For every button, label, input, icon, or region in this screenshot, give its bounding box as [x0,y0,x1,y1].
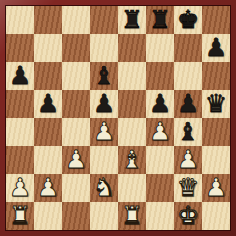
square-f5[interactable]: ♟ [146,90,174,118]
square-c3[interactable]: ♟ [62,146,90,174]
piece-white-pawn[interactable]: ♟ [174,146,202,174]
piece-white-king[interactable]: ♚ [174,202,202,230]
square-e3[interactable]: ♝ [118,146,146,174]
square-c2[interactable] [62,174,90,202]
square-f4[interactable]: ♟ [146,118,174,146]
square-h3[interactable] [202,146,230,174]
square-h5[interactable]: ♛ [202,90,230,118]
square-g8[interactable]: ♚ [174,6,202,34]
square-h7[interactable]: ♟ [202,34,230,62]
square-a6[interactable]: ♟ [6,62,34,90]
piece-black-queen[interactable]: ♛ [202,90,230,118]
piece-white-pawn[interactable]: ♟ [146,118,174,146]
square-d1[interactable] [90,202,118,230]
square-c5[interactable] [62,90,90,118]
piece-white-pawn[interactable]: ♟ [90,118,118,146]
piece-white-knight[interactable]: ♞ [90,174,118,202]
square-g2[interactable]: ♛ [174,174,202,202]
piece-black-pawn[interactable]: ♟ [202,34,230,62]
square-d6[interactable]: ♝ [90,62,118,90]
square-e2[interactable] [118,174,146,202]
square-c7[interactable] [62,34,90,62]
square-b6[interactable] [34,62,62,90]
square-b1[interactable] [34,202,62,230]
piece-black-pawn[interactable]: ♟ [90,90,118,118]
square-a8[interactable] [6,6,34,34]
square-g6[interactable] [174,62,202,90]
square-h1[interactable] [202,202,230,230]
square-b4[interactable] [34,118,62,146]
piece-black-pawn[interactable]: ♟ [6,62,34,90]
square-b3[interactable] [34,146,62,174]
square-d4[interactable]: ♟ [90,118,118,146]
square-d5[interactable]: ♟ [90,90,118,118]
square-f8[interactable]: ♜ [146,6,174,34]
piece-white-pawn[interactable]: ♟ [34,174,62,202]
square-c8[interactable] [62,6,90,34]
square-b2[interactable]: ♟ [34,174,62,202]
square-f7[interactable] [146,34,174,62]
square-b5[interactable]: ♟ [34,90,62,118]
square-f2[interactable] [146,174,174,202]
square-a7[interactable] [6,34,34,62]
piece-black-pawn[interactable]: ♟ [34,90,62,118]
square-e1[interactable]: ♜ [118,202,146,230]
square-c1[interactable] [62,202,90,230]
square-g4[interactable]: ♝ [174,118,202,146]
square-h8[interactable] [202,6,230,34]
square-f6[interactable] [146,62,174,90]
square-e8[interactable]: ♜ [118,6,146,34]
square-c4[interactable] [62,118,90,146]
square-e5[interactable] [118,90,146,118]
piece-black-pawn[interactable]: ♟ [174,90,202,118]
piece-black-bishop[interactable]: ♝ [174,118,202,146]
square-h2[interactable]: ♟ [202,174,230,202]
piece-white-rook[interactable]: ♜ [118,202,146,230]
square-c6[interactable] [62,62,90,90]
square-a4[interactable] [6,118,34,146]
square-f3[interactable] [146,146,174,174]
square-g3[interactable]: ♟ [174,146,202,174]
square-e4[interactable] [118,118,146,146]
square-b7[interactable] [34,34,62,62]
square-g7[interactable] [174,34,202,62]
square-g5[interactable]: ♟ [174,90,202,118]
square-f1[interactable] [146,202,174,230]
square-b8[interactable] [34,6,62,34]
square-a2[interactable]: ♟ [6,174,34,202]
square-e6[interactable] [118,62,146,90]
piece-black-pawn[interactable]: ♟ [146,90,174,118]
square-g1[interactable]: ♚ [174,202,202,230]
piece-black-rook[interactable]: ♜ [146,6,174,34]
square-d8[interactable] [90,6,118,34]
piece-white-rook[interactable]: ♜ [6,202,34,230]
piece-white-pawn[interactable]: ♟ [202,174,230,202]
square-h4[interactable] [202,118,230,146]
piece-black-king[interactable]: ♚ [174,6,202,34]
piece-white-queen[interactable]: ♛ [174,174,202,202]
square-d3[interactable] [90,146,118,174]
square-d7[interactable] [90,34,118,62]
piece-white-pawn[interactable]: ♟ [6,174,34,202]
piece-white-bishop[interactable]: ♝ [118,146,146,174]
piece-black-rook[interactable]: ♜ [118,6,146,34]
piece-black-bishop[interactable]: ♝ [90,62,118,90]
piece-white-pawn[interactable]: ♟ [62,146,90,174]
board-frame: ♜♜♚♟♟♝♟♟♟♟♛♟♟♝♟♝♟♟♟♞♛♟♜♜♚ [0,0,236,236]
chess-board: ♜♜♚♟♟♝♟♟♟♟♛♟♟♝♟♝♟♟♟♞♛♟♜♜♚ [6,6,230,230]
square-d2[interactable]: ♞ [90,174,118,202]
square-a5[interactable] [6,90,34,118]
square-e7[interactable] [118,34,146,62]
square-a3[interactable] [6,146,34,174]
square-a1[interactable]: ♜ [6,202,34,230]
square-h6[interactable] [202,62,230,90]
